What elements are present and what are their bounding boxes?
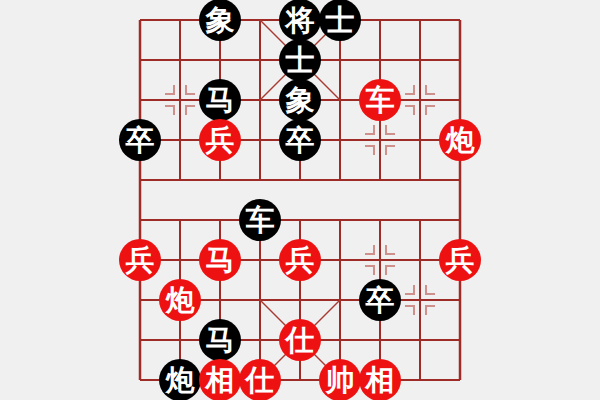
piece-black-pawn[interactable]: 卒: [279, 119, 321, 161]
piece-red-advisor[interactable]: 仕: [239, 359, 281, 400]
xiangqi-board: 象将士士马象车卒兵卒炮车兵马兵兵炮卒马仕炮相仕帅相: [0, 0, 600, 400]
piece-black-elephant[interactable]: 象: [199, 0, 241, 41]
piece-red-pawn[interactable]: 兵: [119, 239, 161, 281]
piece-black-cannon[interactable]: 炮: [159, 359, 201, 400]
piece-red-cannon[interactable]: 炮: [159, 279, 201, 321]
piece-red-pawn[interactable]: 兵: [279, 239, 321, 281]
piece-black-advisor[interactable]: 士: [279, 39, 321, 81]
piece-red-elephant[interactable]: 相: [359, 359, 401, 400]
piece-black-pawn[interactable]: 卒: [119, 119, 161, 161]
pieces-layer: 象将士士马象车卒兵卒炮车兵马兵兵炮卒马仕炮相仕帅相: [0, 0, 600, 400]
piece-black-elephant[interactable]: 象: [279, 79, 321, 121]
piece-black-horse[interactable]: 马: [199, 79, 241, 121]
piece-red-horse[interactable]: 马: [199, 239, 241, 281]
piece-black-chariot[interactable]: 车: [239, 199, 281, 241]
piece-red-chariot[interactable]: 车: [359, 79, 401, 121]
piece-red-pawn[interactable]: 兵: [199, 119, 241, 161]
piece-red-general[interactable]: 帅: [319, 359, 361, 400]
piece-red-elephant[interactable]: 相: [199, 359, 241, 400]
piece-red-cannon[interactable]: 炮: [439, 119, 481, 161]
piece-black-horse[interactable]: 马: [199, 319, 241, 361]
piece-black-advisor[interactable]: 士: [319, 0, 361, 41]
piece-black-pawn[interactable]: 卒: [359, 279, 401, 321]
app-stage: 象将士士马象车卒兵卒炮车兵马兵兵炮卒马仕炮相仕帅相: [0, 0, 600, 400]
piece-black-general[interactable]: 将: [279, 0, 321, 41]
piece-red-pawn[interactable]: 兵: [439, 239, 481, 281]
piece-red-advisor[interactable]: 仕: [279, 319, 321, 361]
